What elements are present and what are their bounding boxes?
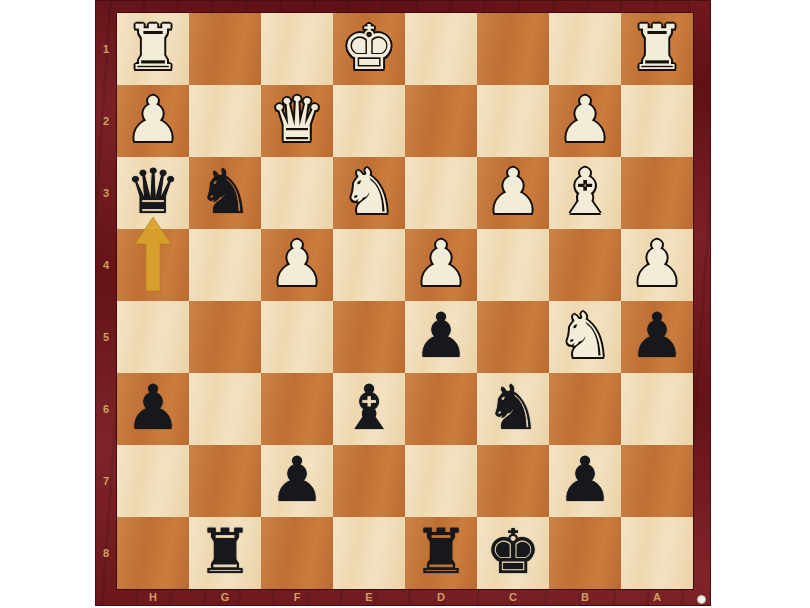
- square-g5[interactable]: [189, 301, 261, 373]
- piece-black-pawn-f7[interactable]: ♟: [261, 445, 333, 517]
- square-f3[interactable]: [261, 157, 333, 229]
- square-c6[interactable]: ♞: [477, 373, 549, 445]
- piece-white-rook-h1[interactable]: ♜: [117, 13, 189, 85]
- piece-white-pawn-f4[interactable]: ♟: [261, 229, 333, 301]
- square-g4[interactable]: [189, 229, 261, 301]
- square-h2[interactable]: ♟: [117, 85, 189, 157]
- piece-white-knight-b5[interactable]: ♞: [549, 301, 621, 373]
- square-b5[interactable]: ♞: [549, 301, 621, 373]
- piece-black-king-c8[interactable]: ♚: [477, 517, 549, 589]
- square-f5[interactable]: [261, 301, 333, 373]
- square-g2[interactable]: [189, 85, 261, 157]
- square-a4[interactable]: ♟: [621, 229, 693, 301]
- square-c4[interactable]: [477, 229, 549, 301]
- square-d2[interactable]: [405, 85, 477, 157]
- square-h1[interactable]: ♜: [117, 13, 189, 85]
- rank-label-5: 5: [95, 301, 117, 373]
- square-h7[interactable]: [117, 445, 189, 517]
- square-e3[interactable]: ♞: [333, 157, 405, 229]
- piece-white-king-e1[interactable]: ♚: [333, 13, 405, 85]
- square-f8[interactable]: [261, 517, 333, 589]
- piece-black-pawn-b7[interactable]: ♟: [549, 445, 621, 517]
- square-g3[interactable]: ♞: [189, 157, 261, 229]
- square-f6[interactable]: [261, 373, 333, 445]
- square-c1[interactable]: [477, 13, 549, 85]
- square-d4[interactable]: ♟: [405, 229, 477, 301]
- file-label-H: H: [117, 589, 189, 606]
- rank-label-8: 8: [95, 517, 117, 589]
- chess-board-frame: 12345678 HGFEDCBA ♜♚♜♟♛♟♛♞♞♟♝♟♟♟♟♞♟♟♝♞♟♟…: [95, 0, 711, 606]
- side-to-move-indicator-dot: [697, 595, 706, 604]
- piece-white-rook-a1[interactable]: ♜: [621, 13, 693, 85]
- square-b8[interactable]: [549, 517, 621, 589]
- file-label-A: A: [621, 589, 693, 606]
- rank-label-4: 4: [95, 229, 117, 301]
- square-g7[interactable]: [189, 445, 261, 517]
- square-h3[interactable]: ♛: [117, 157, 189, 229]
- square-d1[interactable]: [405, 13, 477, 85]
- square-c8[interactable]: ♚: [477, 517, 549, 589]
- file-label-G: G: [189, 589, 261, 606]
- square-g1[interactable]: [189, 13, 261, 85]
- square-a3[interactable]: [621, 157, 693, 229]
- piece-black-rook-d8[interactable]: ♜: [405, 517, 477, 589]
- piece-white-queen-f2[interactable]: ♛: [261, 85, 333, 157]
- rank-label-7: 7: [95, 445, 117, 517]
- piece-black-knight-g3[interactable]: ♞: [189, 157, 261, 229]
- square-b7[interactable]: ♟: [549, 445, 621, 517]
- rank-label-6: 6: [95, 373, 117, 445]
- rank-label-3: 3: [95, 157, 117, 229]
- square-f1[interactable]: [261, 13, 333, 85]
- page: 12345678 HGFEDCBA ♜♚♜♟♛♟♛♞♞♟♝♟♟♟♟♞♟♟♝♞♟♟…: [0, 0, 810, 608]
- file-label-F: F: [261, 589, 333, 606]
- square-d3[interactable]: [405, 157, 477, 229]
- square-a2[interactable]: [621, 85, 693, 157]
- square-d7[interactable]: [405, 445, 477, 517]
- square-c3[interactable]: ♟: [477, 157, 549, 229]
- square-b4[interactable]: [549, 229, 621, 301]
- square-e4[interactable]: [333, 229, 405, 301]
- square-a8[interactable]: [621, 517, 693, 589]
- square-f4[interactable]: ♟: [261, 229, 333, 301]
- square-f7[interactable]: ♟: [261, 445, 333, 517]
- square-a5[interactable]: ♟: [621, 301, 693, 373]
- square-g8[interactable]: ♜: [189, 517, 261, 589]
- square-h6[interactable]: ♟: [117, 373, 189, 445]
- rank-label-1: 1: [95, 13, 117, 85]
- square-h5[interactable]: [117, 301, 189, 373]
- square-h8[interactable]: [117, 517, 189, 589]
- square-d5[interactable]: ♟: [405, 301, 477, 373]
- square-e1[interactable]: ♚: [333, 13, 405, 85]
- piece-black-pawn-h6[interactable]: ♟: [117, 373, 189, 445]
- file-label-C: C: [477, 589, 549, 606]
- square-b6[interactable]: [549, 373, 621, 445]
- piece-white-pawn-d4[interactable]: ♟: [405, 229, 477, 301]
- square-g6[interactable]: [189, 373, 261, 445]
- piece-black-pawn-a5[interactable]: ♟: [621, 301, 693, 373]
- piece-black-queen-h3[interactable]: ♛: [117, 157, 189, 229]
- piece-white-pawn-c3[interactable]: ♟: [477, 157, 549, 229]
- chess-board[interactable]: ♜♚♜♟♛♟♛♞♞♟♝♟♟♟♟♞♟♟♝♞♟♟♜♜♚: [117, 13, 693, 589]
- square-h4[interactable]: [117, 229, 189, 301]
- square-e7[interactable]: [333, 445, 405, 517]
- piece-white-pawn-b2[interactable]: ♟: [549, 85, 621, 157]
- square-d6[interactable]: [405, 373, 477, 445]
- piece-black-bishop-e6[interactable]: ♝: [333, 373, 405, 445]
- piece-white-knight-e3[interactable]: ♞: [333, 157, 405, 229]
- piece-black-pawn-d5[interactable]: ♟: [405, 301, 477, 373]
- square-e6[interactable]: ♝: [333, 373, 405, 445]
- piece-white-pawn-h2[interactable]: ♟: [117, 85, 189, 157]
- square-a1[interactable]: ♜: [621, 13, 693, 85]
- square-c2[interactable]: [477, 85, 549, 157]
- piece-white-bishop-b3[interactable]: ♝: [549, 157, 621, 229]
- piece-black-rook-g8[interactable]: ♜: [189, 517, 261, 589]
- square-b1[interactable]: [549, 13, 621, 85]
- file-label-E: E: [333, 589, 405, 606]
- file-label-B: B: [549, 589, 621, 606]
- square-c7[interactable]: [477, 445, 549, 517]
- square-a6[interactable]: [621, 373, 693, 445]
- square-e8[interactable]: [333, 517, 405, 589]
- square-d8[interactable]: ♜: [405, 517, 477, 589]
- square-e2[interactable]: [333, 85, 405, 157]
- piece-white-pawn-a4[interactable]: ♟: [621, 229, 693, 301]
- piece-black-knight-c6[interactable]: ♞: [477, 373, 549, 445]
- square-e5[interactable]: [333, 301, 405, 373]
- file-label-D: D: [405, 589, 477, 606]
- square-f2[interactable]: ♛: [261, 85, 333, 157]
- rank-label-2: 2: [95, 85, 117, 157]
- square-a7[interactable]: [621, 445, 693, 517]
- square-b3[interactable]: ♝: [549, 157, 621, 229]
- square-b2[interactable]: ♟: [549, 85, 621, 157]
- square-c5[interactable]: [477, 301, 549, 373]
